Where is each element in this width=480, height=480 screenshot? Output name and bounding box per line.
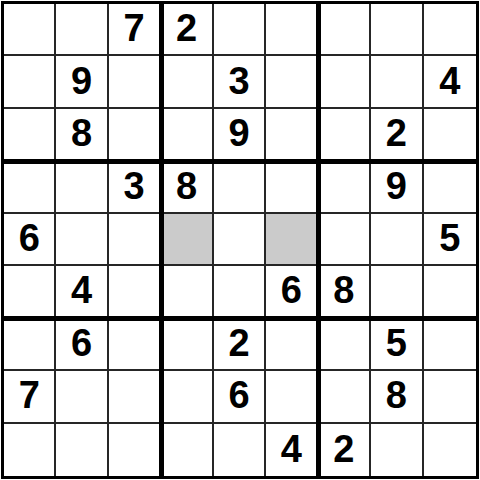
cell-r7c1[interactable] (4, 319, 56, 371)
given-digit: 2 (386, 114, 407, 152)
cell-r8c4[interactable] (161, 371, 213, 423)
cell-r8c7[interactable] (319, 371, 371, 423)
cell-r1c7[interactable] (319, 4, 371, 56)
cell-r4c1[interactable] (4, 161, 56, 213)
cell-r2c5: 3 (214, 56, 266, 108)
given-digit: 8 (333, 271, 354, 309)
given-digit: 5 (386, 324, 407, 362)
cell-r5c2[interactable] (56, 214, 108, 266)
cell-r8c9[interactable] (424, 371, 476, 423)
cell-r8c2[interactable] (56, 371, 108, 423)
cell-r7c2: 6 (56, 319, 108, 371)
given-digit: 9 (71, 62, 92, 100)
given-digit: 6 (281, 271, 302, 309)
cell-r5c6[interactable] (266, 214, 318, 266)
cell-r3c6[interactable] (266, 109, 318, 161)
cell-r7c5: 2 (214, 319, 266, 371)
cell-r1c3: 7 (109, 4, 161, 56)
cell-r8c5: 6 (214, 371, 266, 423)
given-digit: 2 (228, 324, 249, 362)
cell-r3c4[interactable] (161, 109, 213, 161)
cell-r6c3[interactable] (109, 266, 161, 318)
cell-r8c3[interactable] (109, 371, 161, 423)
given-digit: 8 (386, 376, 407, 414)
given-digit: 9 (228, 114, 249, 152)
cell-r7c8: 5 (371, 319, 423, 371)
cell-r2c2: 9 (56, 56, 108, 108)
cell-r3c7[interactable] (319, 109, 371, 161)
cell-r9c2[interactable] (56, 424, 108, 476)
given-digit: 6 (228, 376, 249, 414)
given-digit: 6 (19, 219, 40, 257)
given-digit: 7 (124, 9, 145, 47)
cell-r4c6[interactable] (266, 161, 318, 213)
cell-r1c8[interactable] (371, 4, 423, 56)
cell-r4c8: 9 (371, 161, 423, 213)
sudoku-grid: 729348923896546862576842 (4, 4, 476, 476)
given-digit: 3 (228, 62, 249, 100)
cell-r6c6: 6 (266, 266, 318, 318)
cell-r4c5[interactable] (214, 161, 266, 213)
cell-r2c9: 4 (424, 56, 476, 108)
cell-r3c8: 2 (371, 109, 423, 161)
cell-r5c5[interactable] (214, 214, 266, 266)
cell-r4c4: 8 (161, 161, 213, 213)
cell-r4c3: 3 (109, 161, 161, 213)
cell-r9c7: 2 (319, 424, 371, 476)
cell-r1c1[interactable] (4, 4, 56, 56)
cell-r5c3[interactable] (109, 214, 161, 266)
cell-r6c1[interactable] (4, 266, 56, 318)
cell-r8c1: 7 (4, 371, 56, 423)
cell-r3c1[interactable] (4, 109, 56, 161)
given-digit: 4 (281, 430, 302, 468)
cell-r2c4[interactable] (161, 56, 213, 108)
given-digit: 2 (176, 9, 197, 47)
cell-r6c5[interactable] (214, 266, 266, 318)
cell-r3c2: 8 (56, 109, 108, 161)
cell-r7c4[interactable] (161, 319, 213, 371)
given-digit: 4 (71, 271, 92, 309)
sudoku-board: 729348923896546862576842 (1, 1, 479, 479)
cell-r6c4[interactable] (161, 266, 213, 318)
cell-r6c8[interactable] (371, 266, 423, 318)
cell-r1c6[interactable] (266, 4, 318, 56)
cell-r4c7[interactable] (319, 161, 371, 213)
cell-r5c9: 5 (424, 214, 476, 266)
cell-r1c5[interactable] (214, 4, 266, 56)
cell-r2c7[interactable] (319, 56, 371, 108)
given-digit: 7 (19, 376, 40, 414)
cell-r6c9[interactable] (424, 266, 476, 318)
cell-r3c9[interactable] (424, 109, 476, 161)
given-digit: 6 (71, 324, 92, 362)
cell-r9c1[interactable] (4, 424, 56, 476)
cell-r9c4[interactable] (161, 424, 213, 476)
cell-r6c7: 8 (319, 266, 371, 318)
given-digit: 3 (124, 167, 145, 205)
cell-r9c8[interactable] (371, 424, 423, 476)
cell-r7c9[interactable] (424, 319, 476, 371)
cell-r9c9[interactable] (424, 424, 476, 476)
given-digit: 9 (386, 167, 407, 205)
cell-r2c8[interactable] (371, 56, 423, 108)
given-digit: 4 (439, 62, 460, 100)
cell-r5c1: 6 (4, 214, 56, 266)
cell-r8c8: 8 (371, 371, 423, 423)
cell-r3c5: 9 (214, 109, 266, 161)
cell-r1c9[interactable] (424, 4, 476, 56)
cell-r2c6[interactable] (266, 56, 318, 108)
cell-r2c1[interactable] (4, 56, 56, 108)
cell-r4c2[interactable] (56, 161, 108, 213)
cell-r6c2: 4 (56, 266, 108, 318)
cell-r1c2[interactable] (56, 4, 108, 56)
cell-r9c6: 4 (266, 424, 318, 476)
cell-r3c3[interactable] (109, 109, 161, 161)
cell-r5c7[interactable] (319, 214, 371, 266)
cell-r9c5[interactable] (214, 424, 266, 476)
given-digit: 8 (71, 114, 92, 152)
cell-r7c6[interactable] (266, 319, 318, 371)
cell-r9c3[interactable] (109, 424, 161, 476)
cell-r1c4: 2 (161, 4, 213, 56)
cell-r5c8[interactable] (371, 214, 423, 266)
given-digit: 2 (333, 430, 354, 468)
cell-r7c3[interactable] (109, 319, 161, 371)
cell-r5c4[interactable] (161, 214, 213, 266)
cell-r4c9[interactable] (424, 161, 476, 213)
cell-r8c6[interactable] (266, 371, 318, 423)
cell-r7c7[interactable] (319, 319, 371, 371)
given-digit: 5 (439, 219, 460, 257)
given-digit: 8 (176, 167, 197, 205)
cell-r2c3[interactable] (109, 56, 161, 108)
